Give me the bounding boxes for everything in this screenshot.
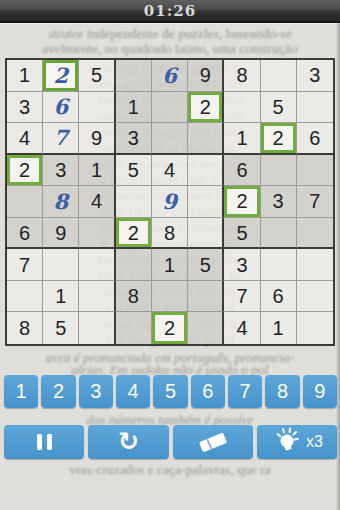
cell-r6c3[interactable] (79, 218, 115, 250)
cell-r7c9[interactable] (297, 249, 333, 281)
cell-r1c9[interactable]: 3 (297, 60, 333, 92)
cell-r9c8[interactable]: 1 (261, 312, 297, 344)
cell-r6c5[interactable]: 8 (152, 218, 188, 250)
cell-r5c9[interactable]: 7 (297, 186, 333, 218)
given-digit: 4 (164, 160, 175, 180)
numpad-button-4[interactable]: 4 (116, 375, 150, 408)
user-digit: 6 (54, 96, 69, 117)
cell-r4c3[interactable]: 1 (79, 155, 115, 187)
cell-r7c6[interactable]: 5 (188, 249, 224, 281)
cell-r6c2[interactable]: 9 (43, 218, 79, 250)
cell-r4c5[interactable]: 4 (152, 155, 188, 187)
given-digit: 7 (309, 191, 320, 211)
given-digit: 9 (200, 65, 211, 85)
cell-r7c2[interactable] (43, 249, 79, 281)
user-digit: 2 (54, 65, 69, 86)
cell-r3c6[interactable] (188, 123, 224, 155)
cell-r2c3[interactable] (79, 92, 115, 124)
given-digit: 2 (128, 223, 139, 243)
redo-icon: ↻ (118, 429, 139, 454)
cell-r3c4[interactable]: 3 (116, 123, 152, 155)
cell-r7c8[interactable] (261, 249, 297, 281)
cell-r1c7[interactable]: 8 (224, 60, 260, 92)
given-digit: 4 (236, 318, 247, 338)
cell-r9c1[interactable]: 8 (7, 312, 43, 344)
given-digit: 9 (55, 223, 66, 243)
user-digit: 7 (54, 127, 69, 148)
given-digit: 6 (19, 223, 30, 243)
eraser-icon (196, 432, 230, 452)
cell-r5c7[interactable]: 2 (224, 186, 260, 218)
cell-r7c5[interactable]: 1 (152, 249, 188, 281)
cell-r2c8[interactable]: 5 (261, 92, 297, 124)
cell-r3c1[interactable]: 4 (7, 123, 43, 155)
given-digit: 1 (55, 286, 66, 306)
cell-r1c8[interactable] (261, 60, 297, 92)
cell-r7c7[interactable]: 3 (224, 249, 260, 281)
given-digit: 5 (200, 255, 211, 275)
user-digit: 8 (54, 191, 69, 212)
given-digit: 3 (19, 97, 30, 117)
cell-r4c1[interactable]: 2 (7, 155, 43, 187)
cell-r4c8[interactable] (261, 155, 297, 187)
numpad-button-5[interactable]: 5 (153, 375, 187, 408)
sudoku-app-screen: strutor independente de puzzles, baseand… (0, 0, 340, 510)
redo-button[interactable]: ↻ (88, 425, 168, 459)
given-digit: 1 (19, 65, 30, 85)
cell-r4c2[interactable]: 3 (43, 155, 79, 187)
cell-r5c4[interactable] (116, 186, 152, 218)
cell-r2c1[interactable]: 3 (7, 92, 43, 124)
given-digit: 3 (128, 128, 139, 148)
timer-bar: 01:26 (0, 0, 340, 23)
cell-r6c6[interactable] (188, 218, 224, 250)
cell-r8c6[interactable] (188, 281, 224, 313)
given-digit: 2 (200, 97, 211, 117)
cell-r2c6[interactable]: 2 (188, 92, 224, 124)
control-bar: ↻ x3 (4, 425, 337, 459)
given-digit: 9 (91, 128, 102, 148)
cell-r9c6[interactable] (188, 312, 224, 344)
background-text-line: avra é pronunciada em português, pronunc… (0, 350, 340, 366)
sudoku-board: 1256983361254793126231546849237692857153… (5, 58, 335, 346)
given-digit: 7 (19, 255, 30, 275)
background-text-line: vras-cruzados e caça-palavras, que ra (0, 462, 340, 478)
cell-r3c9[interactable]: 6 (297, 123, 333, 155)
cell-r9c4[interactable] (116, 312, 152, 344)
cell-r8c8[interactable]: 6 (261, 281, 297, 313)
user-digit: 9 (162, 191, 177, 212)
given-digit: 5 (236, 223, 247, 243)
given-digit: 2 (164, 318, 175, 338)
cell-r5c8[interactable]: 3 (261, 186, 297, 218)
cell-r1c6[interactable]: 9 (188, 60, 224, 92)
cell-r4c9[interactable] (297, 155, 333, 187)
cell-r4c4[interactable]: 5 (116, 155, 152, 187)
given-digit: 5 (128, 160, 139, 180)
cell-r8c3[interactable] (79, 281, 115, 313)
given-digit: 8 (128, 286, 139, 306)
given-digit: 7 (236, 286, 247, 306)
number-pad: 123456789 (4, 375, 337, 408)
cell-r3c3[interactable]: 9 (79, 123, 115, 155)
cell-r3c8[interactable]: 2 (261, 123, 297, 155)
pause-button[interactable] (4, 425, 84, 459)
cell-r4c7[interactable]: 6 (224, 155, 260, 187)
cell-r2c7[interactable] (224, 92, 260, 124)
given-digit: 3 (273, 191, 284, 211)
given-digit: 3 (309, 65, 320, 85)
cell-r1c5[interactable]: 6 (152, 60, 188, 92)
cell-r2c9[interactable] (297, 92, 333, 124)
numpad-button-3[interactable]: 3 (79, 375, 113, 408)
cell-r6c9[interactable] (297, 218, 333, 250)
hint-count-label: x3 (306, 433, 323, 451)
numpad-button-1[interactable]: 1 (4, 375, 38, 408)
cell-r5c5[interactable]: 9 (152, 186, 188, 218)
cell-r2c4[interactable]: 1 (116, 92, 152, 124)
cell-r6c1[interactable]: 6 (7, 218, 43, 250)
cell-r5c6[interactable] (188, 186, 224, 218)
cell-r1c2[interactable]: 2 (43, 60, 79, 92)
given-digit: 1 (128, 97, 139, 117)
given-digit: 1 (91, 160, 102, 180)
given-digit: 2 (273, 128, 284, 148)
background-text-line: strutor independente de puzzles, baseand… (0, 26, 340, 42)
cell-r6c4[interactable]: 2 (116, 218, 152, 250)
given-digit: 8 (19, 318, 30, 338)
cell-r1c4[interactable] (116, 60, 152, 92)
numpad-button-7[interactable]: 7 (228, 375, 262, 408)
cell-r8c1[interactable] (7, 281, 43, 313)
numpad-button-8[interactable]: 8 (265, 375, 299, 408)
given-digit: 5 (55, 318, 66, 338)
cell-r1c1[interactable]: 1 (7, 60, 43, 92)
numpad-button-6[interactable]: 6 (191, 375, 225, 408)
cell-r8c2[interactable]: 1 (43, 281, 79, 313)
cell-r3c2[interactable]: 7 (43, 123, 79, 155)
cell-r5c3[interactable]: 4 (79, 186, 115, 218)
pause-icon (37, 434, 52, 450)
given-digit: 4 (19, 128, 30, 148)
cell-r6c7[interactable]: 5 (224, 218, 260, 250)
cell-r9c3[interactable] (79, 312, 115, 344)
eraser-button[interactable] (173, 425, 253, 459)
cell-r7c3[interactable] (79, 249, 115, 281)
cell-r8c7[interactable]: 7 (224, 281, 260, 313)
background-text-line: avelmente, no quadrado latino, uma const… (0, 41, 340, 57)
given-digit: 2 (236, 191, 247, 211)
cell-r9c5[interactable]: 2 (152, 312, 188, 344)
given-digit: 3 (236, 255, 247, 275)
given-digit: 1 (273, 318, 284, 338)
cell-r8c4[interactable]: 8 (116, 281, 152, 313)
given-digit: 4 (91, 191, 102, 211)
given-digit: 5 (273, 97, 284, 117)
cell-r9c2[interactable]: 5 (43, 312, 79, 344)
given-digit: 1 (236, 128, 247, 148)
numpad-button-2[interactable]: 2 (41, 375, 75, 408)
given-digit: 5 (91, 65, 102, 85)
numpad-button-9[interactable]: 9 (303, 375, 337, 408)
given-digit: 6 (236, 160, 247, 180)
lightbulb-icon (271, 427, 301, 457)
given-digit: 8 (164, 223, 175, 243)
cell-r3c5[interactable] (152, 123, 188, 155)
cell-r2c2[interactable]: 6 (43, 92, 79, 124)
given-digit: 2 (19, 160, 30, 180)
cell-r2c5[interactable] (152, 92, 188, 124)
given-digit: 1 (164, 255, 175, 275)
given-digit: 6 (309, 128, 320, 148)
cell-r7c4[interactable] (116, 249, 152, 281)
cell-r6c8[interactable] (261, 218, 297, 250)
timer: 01:26 (144, 2, 196, 20)
user-digit: 6 (162, 65, 177, 86)
hint-button[interactable]: x3 (257, 425, 337, 459)
cell-r1c3[interactable]: 5 (79, 60, 115, 92)
cell-r9c9[interactable] (297, 312, 333, 344)
cell-r8c5[interactable] (152, 281, 188, 313)
cell-r9c7[interactable]: 4 (224, 312, 260, 344)
cell-r5c1[interactable] (7, 186, 43, 218)
given-digit: 6 (273, 286, 284, 306)
given-digit: 3 (55, 160, 66, 180)
cell-r4c6[interactable] (188, 155, 224, 187)
cell-r5c2[interactable]: 8 (43, 186, 79, 218)
cell-r3c7[interactable]: 1 (224, 123, 260, 155)
cell-r7c1[interactable]: 7 (7, 249, 43, 281)
cell-r8c9[interactable] (297, 281, 333, 313)
given-digit: 8 (236, 65, 247, 85)
